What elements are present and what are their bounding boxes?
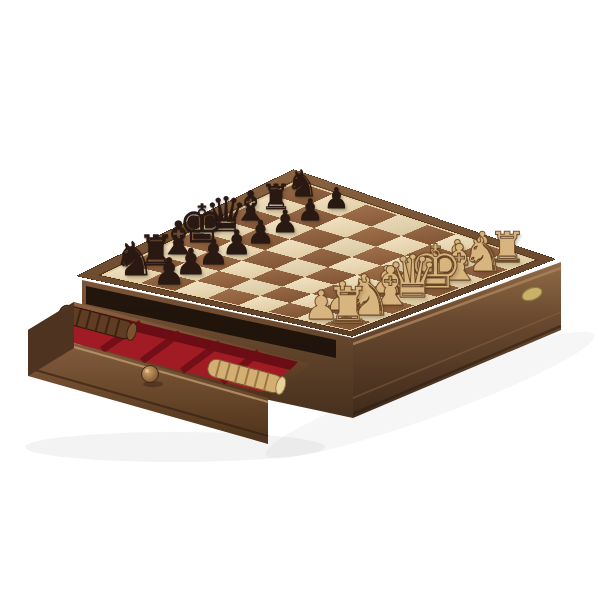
chess-set-photo: ♞♜♝♚♛♝♜♞♟♟♟♟♟♟♟♟♟♟♟♟♟♟♟♟♜♞♝♛♚♝♞♜ bbox=[0, 0, 600, 600]
drawer-knob bbox=[142, 366, 159, 383]
drawer-knob-highlight bbox=[145, 369, 149, 373]
ground-shadow-drawer bbox=[25, 432, 325, 462]
